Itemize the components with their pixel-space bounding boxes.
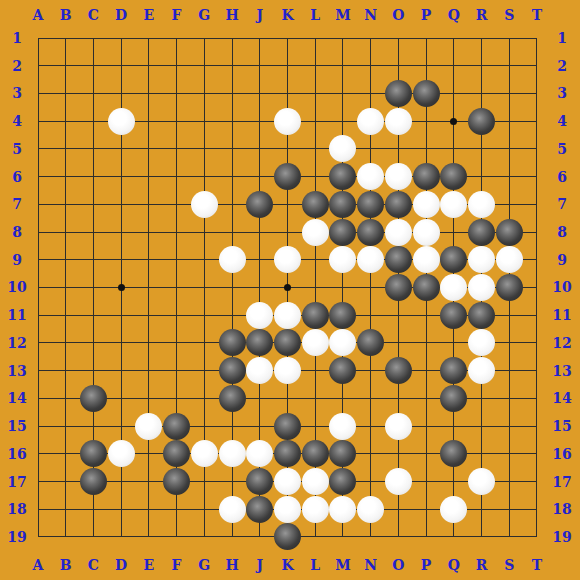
intersection-F17[interactable]: [163, 468, 191, 496]
intersection-F9[interactable]: [163, 246, 191, 274]
intersection-Q14[interactable]: [440, 384, 468, 412]
intersection-P11[interactable]: [412, 301, 440, 329]
intersection-D17[interactable]: [107, 468, 135, 496]
intersection-S5[interactable]: [495, 135, 523, 163]
intersection-N9[interactable]: [357, 246, 385, 274]
intersection-H19[interactable]: [218, 523, 246, 551]
intersection-B17[interactable]: [52, 468, 80, 496]
intersection-L15[interactable]: [301, 412, 329, 440]
intersection-S1[interactable]: [495, 24, 523, 52]
intersection-T6[interactable]: [523, 163, 551, 191]
intersection-E12[interactable]: [135, 329, 163, 357]
intersection-R13[interactable]: [468, 357, 496, 385]
intersection-B1[interactable]: [52, 24, 80, 52]
intersection-K8[interactable]: [274, 218, 302, 246]
intersection-H3[interactable]: [218, 80, 246, 108]
intersection-P13[interactable]: [412, 357, 440, 385]
intersection-A3[interactable]: [24, 80, 52, 108]
intersection-Q7[interactable]: [440, 190, 468, 218]
intersection-K3[interactable]: [274, 80, 302, 108]
intersection-N18[interactable]: [357, 495, 385, 523]
intersection-H8[interactable]: [218, 218, 246, 246]
intersection-Q13[interactable]: [440, 357, 468, 385]
intersection-R8[interactable]: [468, 218, 496, 246]
intersection-A11[interactable]: [24, 301, 52, 329]
intersection-K15[interactable]: [274, 412, 302, 440]
intersection-B5[interactable]: [52, 135, 80, 163]
intersection-P9[interactable]: [412, 246, 440, 274]
intersection-Q15[interactable]: [440, 412, 468, 440]
intersection-P10[interactable]: [412, 274, 440, 302]
intersection-E18[interactable]: [135, 495, 163, 523]
intersection-N11[interactable]: [357, 301, 385, 329]
intersection-H15[interactable]: [218, 412, 246, 440]
intersection-O4[interactable]: [384, 107, 412, 135]
intersection-A9[interactable]: [24, 246, 52, 274]
intersection-S15[interactable]: [495, 412, 523, 440]
intersection-P18[interactable]: [412, 495, 440, 523]
intersection-A19[interactable]: [24, 523, 52, 551]
intersection-M5[interactable]: [329, 135, 357, 163]
intersection-T15[interactable]: [523, 412, 551, 440]
intersection-D15[interactable]: [107, 412, 135, 440]
intersection-B8[interactable]: [52, 218, 80, 246]
intersection-Q18[interactable]: [440, 495, 468, 523]
intersection-B13[interactable]: [52, 357, 80, 385]
intersection-P2[interactable]: [412, 52, 440, 80]
intersection-N17[interactable]: [357, 468, 385, 496]
intersection-C1[interactable]: [80, 24, 108, 52]
intersection-C8[interactable]: [80, 218, 108, 246]
intersection-H5[interactable]: [218, 135, 246, 163]
intersection-F5[interactable]: [163, 135, 191, 163]
intersection-G12[interactable]: [190, 329, 218, 357]
intersection-P12[interactable]: [412, 329, 440, 357]
intersection-P17[interactable]: [412, 468, 440, 496]
intersection-N13[interactable]: [357, 357, 385, 385]
intersection-C14[interactable]: [80, 384, 108, 412]
intersection-D6[interactable]: [107, 163, 135, 191]
intersection-C2[interactable]: [80, 52, 108, 80]
intersection-O7[interactable]: [384, 190, 412, 218]
intersection-C5[interactable]: [80, 135, 108, 163]
intersection-R19[interactable]: [468, 523, 496, 551]
intersection-N4[interactable]: [357, 107, 385, 135]
intersection-J5[interactable]: [246, 135, 274, 163]
intersection-P15[interactable]: [412, 412, 440, 440]
intersection-S2[interactable]: [495, 52, 523, 80]
intersection-H13[interactable]: [218, 357, 246, 385]
intersection-P19[interactable]: [412, 523, 440, 551]
intersection-F19[interactable]: [163, 523, 191, 551]
intersection-N12[interactable]: [357, 329, 385, 357]
intersection-O12[interactable]: [384, 329, 412, 357]
intersection-B15[interactable]: [52, 412, 80, 440]
intersection-L7[interactable]: [301, 190, 329, 218]
intersection-R14[interactable]: [468, 384, 496, 412]
intersection-E5[interactable]: [135, 135, 163, 163]
intersection-H6[interactable]: [218, 163, 246, 191]
intersection-C11[interactable]: [80, 301, 108, 329]
intersection-O5[interactable]: [384, 135, 412, 163]
intersection-M12[interactable]: [329, 329, 357, 357]
intersection-H4[interactable]: [218, 107, 246, 135]
intersection-E15[interactable]: [135, 412, 163, 440]
intersection-C15[interactable]: [80, 412, 108, 440]
intersection-G16[interactable]: [190, 440, 218, 468]
intersection-H1[interactable]: [218, 24, 246, 52]
intersection-B3[interactable]: [52, 80, 80, 108]
intersection-J2[interactable]: [246, 52, 274, 80]
intersection-K14[interactable]: [274, 384, 302, 412]
intersection-R18[interactable]: [468, 495, 496, 523]
intersection-J14[interactable]: [246, 384, 274, 412]
intersection-H11[interactable]: [218, 301, 246, 329]
intersection-L9[interactable]: [301, 246, 329, 274]
intersection-M15[interactable]: [329, 412, 357, 440]
intersection-B6[interactable]: [52, 163, 80, 191]
intersection-Q19[interactable]: [440, 523, 468, 551]
intersection-O14[interactable]: [384, 384, 412, 412]
intersection-A17[interactable]: [24, 468, 52, 496]
intersection-N16[interactable]: [357, 440, 385, 468]
intersection-J19[interactable]: [246, 523, 274, 551]
intersection-G11[interactable]: [190, 301, 218, 329]
intersection-A5[interactable]: [24, 135, 52, 163]
intersection-J8[interactable]: [246, 218, 274, 246]
intersection-E8[interactable]: [135, 218, 163, 246]
intersection-L2[interactable]: [301, 52, 329, 80]
intersection-D9[interactable]: [107, 246, 135, 274]
intersection-O1[interactable]: [384, 24, 412, 52]
intersection-G17[interactable]: [190, 468, 218, 496]
intersection-L4[interactable]: [301, 107, 329, 135]
intersection-K12[interactable]: [274, 329, 302, 357]
intersection-M16[interactable]: [329, 440, 357, 468]
intersection-E11[interactable]: [135, 301, 163, 329]
intersection-R12[interactable]: [468, 329, 496, 357]
intersection-G18[interactable]: [190, 495, 218, 523]
intersection-J9[interactable]: [246, 246, 274, 274]
intersection-J12[interactable]: [246, 329, 274, 357]
intersection-P8[interactable]: [412, 218, 440, 246]
intersection-D19[interactable]: [107, 523, 135, 551]
intersection-T10[interactable]: [523, 274, 551, 302]
intersection-Q11[interactable]: [440, 301, 468, 329]
intersection-S4[interactable]: [495, 107, 523, 135]
intersection-M4[interactable]: [329, 107, 357, 135]
intersection-O19[interactable]: [384, 523, 412, 551]
intersection-F14[interactable]: [163, 384, 191, 412]
intersection-S9[interactable]: [495, 246, 523, 274]
intersection-A7[interactable]: [24, 190, 52, 218]
intersection-C3[interactable]: [80, 80, 108, 108]
intersection-L16[interactable]: [301, 440, 329, 468]
intersection-L19[interactable]: [301, 523, 329, 551]
intersection-G13[interactable]: [190, 357, 218, 385]
intersection-B18[interactable]: [52, 495, 80, 523]
intersection-O13[interactable]: [384, 357, 412, 385]
intersection-F12[interactable]: [163, 329, 191, 357]
intersection-M11[interactable]: [329, 301, 357, 329]
intersection-J3[interactable]: [246, 80, 274, 108]
intersection-A8[interactable]: [24, 218, 52, 246]
intersection-L5[interactable]: [301, 135, 329, 163]
intersection-G14[interactable]: [190, 384, 218, 412]
intersection-K17[interactable]: [274, 468, 302, 496]
intersection-Q16[interactable]: [440, 440, 468, 468]
intersection-L3[interactable]: [301, 80, 329, 108]
intersection-P3[interactable]: [412, 80, 440, 108]
intersection-S13[interactable]: [495, 357, 523, 385]
intersection-F4[interactable]: [163, 107, 191, 135]
intersection-B12[interactable]: [52, 329, 80, 357]
intersection-T14[interactable]: [523, 384, 551, 412]
intersection-C18[interactable]: [80, 495, 108, 523]
intersection-D4[interactable]: [107, 107, 135, 135]
intersection-T7[interactable]: [523, 190, 551, 218]
intersection-D14[interactable]: [107, 384, 135, 412]
intersection-A12[interactable]: [24, 329, 52, 357]
intersection-S8[interactable]: [495, 218, 523, 246]
intersection-K7[interactable]: [274, 190, 302, 218]
intersection-D2[interactable]: [107, 52, 135, 80]
intersection-O9[interactable]: [384, 246, 412, 274]
intersection-L12[interactable]: [301, 329, 329, 357]
intersection-F3[interactable]: [163, 80, 191, 108]
intersection-S11[interactable]: [495, 301, 523, 329]
intersection-A16[interactable]: [24, 440, 52, 468]
intersection-C10[interactable]: [80, 274, 108, 302]
intersection-R6[interactable]: [468, 163, 496, 191]
intersection-T17[interactable]: [523, 468, 551, 496]
intersection-K10[interactable]: [274, 274, 302, 302]
intersection-K2[interactable]: [274, 52, 302, 80]
intersection-M1[interactable]: [329, 24, 357, 52]
intersection-Q5[interactable]: [440, 135, 468, 163]
intersection-A14[interactable]: [24, 384, 52, 412]
intersection-K19[interactable]: [274, 523, 302, 551]
intersection-H12[interactable]: [218, 329, 246, 357]
intersection-K6[interactable]: [274, 163, 302, 191]
intersection-H14[interactable]: [218, 384, 246, 412]
intersection-K1[interactable]: [274, 24, 302, 52]
intersection-G9[interactable]: [190, 246, 218, 274]
intersection-C9[interactable]: [80, 246, 108, 274]
intersection-E7[interactable]: [135, 190, 163, 218]
intersection-K4[interactable]: [274, 107, 302, 135]
intersection-T12[interactable]: [523, 329, 551, 357]
intersection-C19[interactable]: [80, 523, 108, 551]
intersection-Q2[interactable]: [440, 52, 468, 80]
intersection-Q10[interactable]: [440, 274, 468, 302]
intersection-N15[interactable]: [357, 412, 385, 440]
intersection-T13[interactable]: [523, 357, 551, 385]
intersection-F15[interactable]: [163, 412, 191, 440]
intersection-L11[interactable]: [301, 301, 329, 329]
intersection-F18[interactable]: [163, 495, 191, 523]
intersection-K16[interactable]: [274, 440, 302, 468]
intersection-M17[interactable]: [329, 468, 357, 496]
intersection-L14[interactable]: [301, 384, 329, 412]
intersection-G2[interactable]: [190, 52, 218, 80]
intersection-O2[interactable]: [384, 52, 412, 80]
intersection-D7[interactable]: [107, 190, 135, 218]
intersection-J13[interactable]: [246, 357, 274, 385]
intersection-O17[interactable]: [384, 468, 412, 496]
intersection-T16[interactable]: [523, 440, 551, 468]
intersection-J7[interactable]: [246, 190, 274, 218]
intersection-M19[interactable]: [329, 523, 357, 551]
intersection-L8[interactable]: [301, 218, 329, 246]
intersection-N14[interactable]: [357, 384, 385, 412]
intersection-O3[interactable]: [384, 80, 412, 108]
intersection-A2[interactable]: [24, 52, 52, 80]
intersection-Q9[interactable]: [440, 246, 468, 274]
intersection-D5[interactable]: [107, 135, 135, 163]
intersection-H9[interactable]: [218, 246, 246, 274]
intersection-F13[interactable]: [163, 357, 191, 385]
intersection-N8[interactable]: [357, 218, 385, 246]
intersection-E1[interactable]: [135, 24, 163, 52]
intersection-K13[interactable]: [274, 357, 302, 385]
intersection-M6[interactable]: [329, 163, 357, 191]
intersection-R1[interactable]: [468, 24, 496, 52]
intersection-F11[interactable]: [163, 301, 191, 329]
intersection-R7[interactable]: [468, 190, 496, 218]
intersection-R17[interactable]: [468, 468, 496, 496]
intersection-J15[interactable]: [246, 412, 274, 440]
intersection-O11[interactable]: [384, 301, 412, 329]
intersection-P4[interactable]: [412, 107, 440, 135]
intersection-R4[interactable]: [468, 107, 496, 135]
intersection-P7[interactable]: [412, 190, 440, 218]
intersection-Q4[interactable]: [440, 107, 468, 135]
intersection-N19[interactable]: [357, 523, 385, 551]
intersection-D18[interactable]: [107, 495, 135, 523]
intersection-T1[interactable]: [523, 24, 551, 52]
intersection-Q6[interactable]: [440, 163, 468, 191]
intersection-J11[interactable]: [246, 301, 274, 329]
intersection-E9[interactable]: [135, 246, 163, 274]
intersection-L17[interactable]: [301, 468, 329, 496]
intersection-A6[interactable]: [24, 163, 52, 191]
intersection-L13[interactable]: [301, 357, 329, 385]
intersection-B14[interactable]: [52, 384, 80, 412]
intersection-R5[interactable]: [468, 135, 496, 163]
intersection-D13[interactable]: [107, 357, 135, 385]
intersection-H18[interactable]: [218, 495, 246, 523]
intersection-T2[interactable]: [523, 52, 551, 80]
intersection-D12[interactable]: [107, 329, 135, 357]
intersection-C6[interactable]: [80, 163, 108, 191]
intersection-G8[interactable]: [190, 218, 218, 246]
intersection-F7[interactable]: [163, 190, 191, 218]
intersection-G6[interactable]: [190, 163, 218, 191]
intersection-G3[interactable]: [190, 80, 218, 108]
intersection-R3[interactable]: [468, 80, 496, 108]
intersection-O15[interactable]: [384, 412, 412, 440]
intersection-L1[interactable]: [301, 24, 329, 52]
intersection-Q1[interactable]: [440, 24, 468, 52]
intersection-C12[interactable]: [80, 329, 108, 357]
intersection-B16[interactable]: [52, 440, 80, 468]
intersection-H10[interactable]: [218, 274, 246, 302]
intersection-E2[interactable]: [135, 52, 163, 80]
intersection-O8[interactable]: [384, 218, 412, 246]
intersection-M3[interactable]: [329, 80, 357, 108]
intersection-D10[interactable]: [107, 274, 135, 302]
intersection-R15[interactable]: [468, 412, 496, 440]
intersection-O16[interactable]: [384, 440, 412, 468]
intersection-B19[interactable]: [52, 523, 80, 551]
intersection-E10[interactable]: [135, 274, 163, 302]
intersection-G5[interactable]: [190, 135, 218, 163]
intersection-D1[interactable]: [107, 24, 135, 52]
intersection-M10[interactable]: [329, 274, 357, 302]
intersection-E6[interactable]: [135, 163, 163, 191]
intersection-B10[interactable]: [52, 274, 80, 302]
intersection-F1[interactable]: [163, 24, 191, 52]
intersection-P5[interactable]: [412, 135, 440, 163]
intersection-T18[interactable]: [523, 495, 551, 523]
intersection-Q17[interactable]: [440, 468, 468, 496]
intersection-J4[interactable]: [246, 107, 274, 135]
intersection-J1[interactable]: [246, 24, 274, 52]
intersection-C13[interactable]: [80, 357, 108, 385]
intersection-G4[interactable]: [190, 107, 218, 135]
intersection-E19[interactable]: [135, 523, 163, 551]
intersection-T3[interactable]: [523, 80, 551, 108]
intersection-D11[interactable]: [107, 301, 135, 329]
intersection-M7[interactable]: [329, 190, 357, 218]
intersection-O6[interactable]: [384, 163, 412, 191]
intersection-F6[interactable]: [163, 163, 191, 191]
intersection-E16[interactable]: [135, 440, 163, 468]
intersection-B11[interactable]: [52, 301, 80, 329]
intersection-M9[interactable]: [329, 246, 357, 274]
intersection-S12[interactable]: [495, 329, 523, 357]
intersection-J18[interactable]: [246, 495, 274, 523]
intersection-H7[interactable]: [218, 190, 246, 218]
intersection-E13[interactable]: [135, 357, 163, 385]
intersection-H2[interactable]: [218, 52, 246, 80]
intersection-S3[interactable]: [495, 80, 523, 108]
intersection-R11[interactable]: [468, 301, 496, 329]
intersection-L10[interactable]: [301, 274, 329, 302]
intersection-E17[interactable]: [135, 468, 163, 496]
intersection-J16[interactable]: [246, 440, 274, 468]
intersection-G1[interactable]: [190, 24, 218, 52]
intersection-N3[interactable]: [357, 80, 385, 108]
intersection-K18[interactable]: [274, 495, 302, 523]
intersection-L6[interactable]: [301, 163, 329, 191]
intersection-K5[interactable]: [274, 135, 302, 163]
intersection-T19[interactable]: [523, 523, 551, 551]
intersection-S10[interactable]: [495, 274, 523, 302]
intersection-E14[interactable]: [135, 384, 163, 412]
intersection-S18[interactable]: [495, 495, 523, 523]
go-board[interactable]: ABCDEFGHJKLMNOPQRST ABCDEFGHJKLMNOPQRST …: [0, 0, 580, 580]
intersection-R16[interactable]: [468, 440, 496, 468]
intersection-S17[interactable]: [495, 468, 523, 496]
intersection-E4[interactable]: [135, 107, 163, 135]
intersection-S19[interactable]: [495, 523, 523, 551]
intersection-F10[interactable]: [163, 274, 191, 302]
intersection-T4[interactable]: [523, 107, 551, 135]
intersection-T8[interactable]: [523, 218, 551, 246]
intersection-D3[interactable]: [107, 80, 135, 108]
